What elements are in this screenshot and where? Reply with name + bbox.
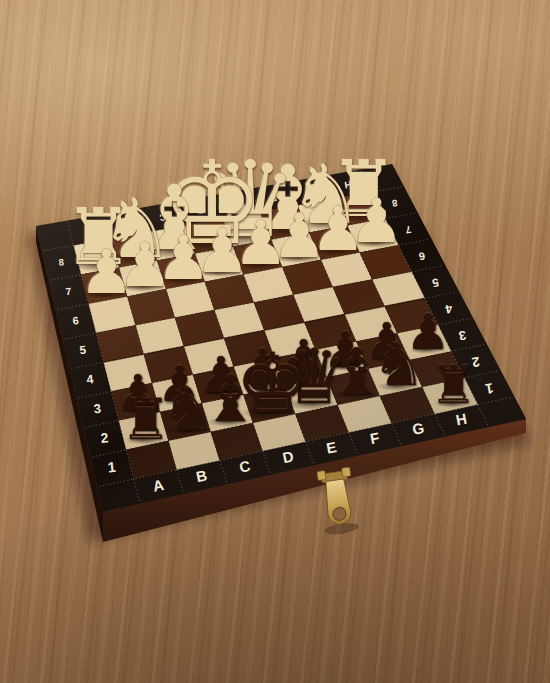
chess-board: AABBCCDDEEFFGGHH8877665544332211 — [0, 0, 550, 683]
rank-label-left-1: 1 — [107, 459, 117, 476]
table-surface: AABBCCDDEEFFGGHH8877665544332211 ♜♞♝♚♛♝♞… — [0, 0, 550, 683]
rank-label-left-6: 6 — [72, 314, 79, 327]
